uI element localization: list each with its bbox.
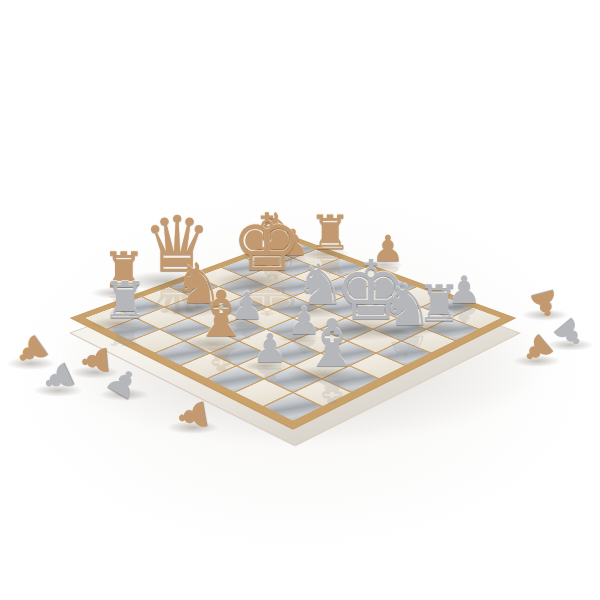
piece-silver-bishop-c1[interactable]: ♝ [302, 311, 361, 377]
product-photo-stage: Overhead-angle photo of a square chess b… [0, 0, 600, 600]
piece-silver-rook-a7[interactable]: ♜ [102, 275, 148, 326]
piece-silver-knight-f2[interactable]: ♞ [381, 277, 432, 334]
piece-wood-king-e7[interactable]: ♚ [232, 204, 303, 283]
piece-wood-bishop-b4[interactable]: ♝ [192, 282, 249, 346]
captured-wood-pawn-5[interactable]: ♟ [172, 394, 214, 437]
piece-silver-pawn-b2[interactable]: ♟ [252, 328, 288, 368]
